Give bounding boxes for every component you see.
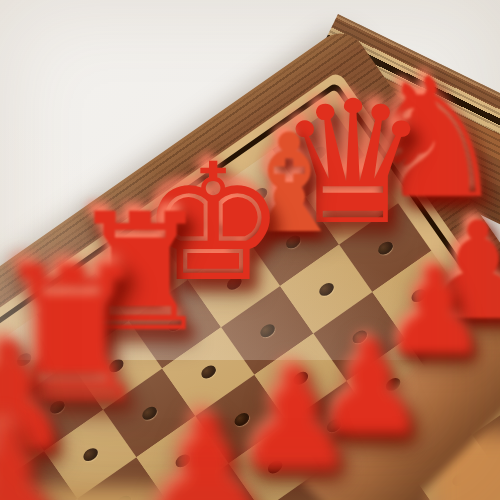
chess-piece-pawn-5[interactable]: ♟ [128, 395, 286, 500]
photo-scene: ♟♜♜♚♝♛♞♟♟♟♟♟♟ [0, 0, 500, 500]
peg-hole [258, 322, 277, 340]
peg-hole [317, 280, 336, 298]
chess-piece-pawn-6-cropped[interactable]: ♟ [0, 407, 83, 500]
peg-hole [81, 446, 100, 464]
pieces-layer: ♟♜♜♚♝♛♞♟♟♟♟♟♟ [0, 0, 500, 500]
